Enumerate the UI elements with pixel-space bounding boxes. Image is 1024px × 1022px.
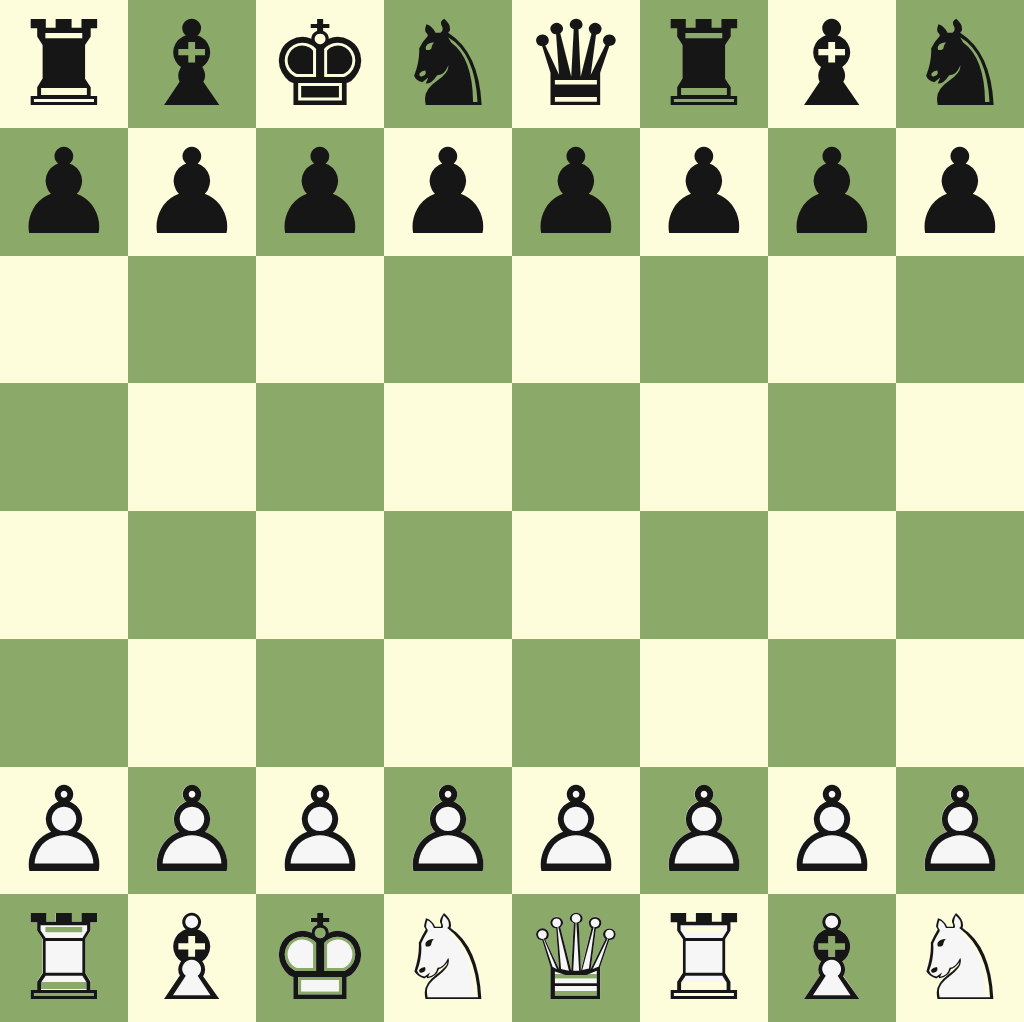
- white-king[interactable]: ♚♔: [256, 894, 384, 1022]
- square-h8[interactable]: ♞: [896, 0, 1024, 128]
- square-d1[interactable]: ♞♘: [384, 894, 512, 1022]
- black-pawn[interactable]: ♟: [768, 128, 896, 256]
- square-a2[interactable]: ♟♙: [0, 767, 128, 895]
- square-a6[interactable]: [0, 256, 128, 384]
- piece-outline: ♙: [0, 767, 128, 895]
- square-f5[interactable]: [640, 383, 768, 511]
- white-pawn[interactable]: ♟♙: [512, 767, 640, 895]
- black-pawn[interactable]: ♟: [512, 128, 640, 256]
- black-bishop[interactable]: ♝: [128, 0, 256, 128]
- square-d6[interactable]: [384, 256, 512, 384]
- piece-fill: ♟: [0, 128, 128, 256]
- piece-outline: ♘: [896, 894, 1024, 1022]
- square-d2[interactable]: ♟♙: [384, 767, 512, 895]
- piece-fill: ♟: [640, 128, 768, 256]
- square-f8[interactable]: ♜: [640, 0, 768, 128]
- square-e2[interactable]: ♟♙: [512, 767, 640, 895]
- square-f7[interactable]: ♟: [640, 128, 768, 256]
- piece-fill: ♟: [0, 767, 128, 895]
- piece-fill: ♟: [128, 128, 256, 256]
- white-rook[interactable]: ♜♖: [0, 894, 128, 1022]
- piece-fill: ♟: [384, 767, 512, 895]
- white-queen[interactable]: ♛♕: [512, 894, 640, 1022]
- piece-fill: ♞: [384, 894, 512, 1022]
- square-b8[interactable]: ♝: [128, 0, 256, 128]
- white-pawn[interactable]: ♟♙: [896, 767, 1024, 895]
- square-g6[interactable]: [768, 256, 896, 384]
- square-b3[interactable]: [128, 639, 256, 767]
- square-f6[interactable]: [640, 256, 768, 384]
- piece-fill: ♝: [768, 894, 896, 1022]
- black-pawn[interactable]: ♟: [0, 128, 128, 256]
- piece-outline: ♖: [0, 894, 128, 1022]
- square-e5[interactable]: [512, 383, 640, 511]
- square-h5[interactable]: [896, 383, 1024, 511]
- square-h6[interactable]: [896, 256, 1024, 384]
- square-a8[interactable]: ♜: [0, 0, 128, 128]
- piece-outline: ♙: [128, 767, 256, 895]
- square-b1[interactable]: ♝♗: [128, 894, 256, 1022]
- square-g7[interactable]: ♟: [768, 128, 896, 256]
- piece-fill: ♟: [512, 767, 640, 895]
- piece-outline: ♖: [640, 894, 768, 1022]
- white-bishop[interactable]: ♝♗: [768, 894, 896, 1022]
- black-pawn[interactable]: ♟: [640, 128, 768, 256]
- white-pawn[interactable]: ♟♙: [640, 767, 768, 895]
- square-g4[interactable]: [768, 511, 896, 639]
- piece-fill: ♟: [896, 767, 1024, 895]
- piece-outline: ♙: [384, 767, 512, 895]
- chessboard: ♜♝♚♞♛♜♝♞♟♟♟♟♟♟♟♟♟♙♟♙♟♙♟♙♟♙♟♙♟♙♟♙♜♖♝♗♚♔♞♘…: [0, 0, 1024, 1022]
- black-pawn[interactable]: ♟: [256, 128, 384, 256]
- piece-outline: ♙: [896, 767, 1024, 895]
- square-d4[interactable]: [384, 511, 512, 639]
- square-f1[interactable]: ♜♖: [640, 894, 768, 1022]
- piece-fill: ♚: [256, 0, 384, 128]
- piece-fill: ♜: [640, 894, 768, 1022]
- piece-fill: ♟: [768, 767, 896, 895]
- piece-outline: ♗: [128, 894, 256, 1022]
- square-b7[interactable]: ♟: [128, 128, 256, 256]
- white-knight[interactable]: ♞♘: [384, 894, 512, 1022]
- piece-fill: ♝: [768, 0, 896, 128]
- square-h7[interactable]: ♟: [896, 128, 1024, 256]
- square-c1[interactable]: ♚♔: [256, 894, 384, 1022]
- black-pawn[interactable]: ♟: [896, 128, 1024, 256]
- square-d3[interactable]: [384, 639, 512, 767]
- black-pawn[interactable]: ♟: [128, 128, 256, 256]
- white-pawn[interactable]: ♟♙: [384, 767, 512, 895]
- piece-fill: ♟: [256, 767, 384, 895]
- piece-outline: ♗: [768, 894, 896, 1022]
- piece-fill: ♜: [640, 0, 768, 128]
- square-a5[interactable]: [0, 383, 128, 511]
- square-d7[interactable]: ♟: [384, 128, 512, 256]
- piece-fill: ♚: [256, 894, 384, 1022]
- square-g8[interactable]: ♝: [768, 0, 896, 128]
- piece-fill: ♟: [640, 767, 768, 895]
- piece-fill: ♝: [128, 894, 256, 1022]
- square-c5[interactable]: [256, 383, 384, 511]
- piece-outline: ♙: [256, 767, 384, 895]
- square-b2[interactable]: ♟♙: [128, 767, 256, 895]
- square-a1[interactable]: ♜♖: [0, 894, 128, 1022]
- square-g1[interactable]: ♝♗: [768, 894, 896, 1022]
- white-bishop[interactable]: ♝♗: [128, 894, 256, 1022]
- square-h1[interactable]: ♞♘: [896, 894, 1024, 1022]
- white-pawn[interactable]: ♟♙: [256, 767, 384, 895]
- black-king[interactable]: ♚: [256, 0, 384, 128]
- square-h4[interactable]: [896, 511, 1024, 639]
- piece-outline: ♙: [512, 767, 640, 895]
- square-c2[interactable]: ♟♙: [256, 767, 384, 895]
- square-c6[interactable]: [256, 256, 384, 384]
- square-b5[interactable]: [128, 383, 256, 511]
- piece-fill: ♜: [0, 894, 128, 1022]
- piece-fill: ♟: [256, 128, 384, 256]
- square-g2[interactable]: ♟♙: [768, 767, 896, 895]
- square-d5[interactable]: [384, 383, 512, 511]
- square-a3[interactable]: [0, 639, 128, 767]
- piece-fill: ♛: [512, 894, 640, 1022]
- white-rook[interactable]: ♜♖: [640, 894, 768, 1022]
- piece-fill: ♞: [896, 0, 1024, 128]
- square-h3[interactable]: [896, 639, 1024, 767]
- square-f2[interactable]: ♟♙: [640, 767, 768, 895]
- square-b6[interactable]: [128, 256, 256, 384]
- black-knight[interactable]: ♞: [896, 0, 1024, 128]
- piece-fill: ♟: [896, 128, 1024, 256]
- white-pawn[interactable]: ♟♙: [128, 767, 256, 895]
- black-rook[interactable]: ♜: [0, 0, 128, 128]
- square-e7[interactable]: ♟: [512, 128, 640, 256]
- square-e6[interactable]: [512, 256, 640, 384]
- white-pawn[interactable]: ♟♙: [768, 767, 896, 895]
- square-c4[interactable]: [256, 511, 384, 639]
- square-e3[interactable]: [512, 639, 640, 767]
- square-b4[interactable]: [128, 511, 256, 639]
- piece-fill: ♜: [0, 0, 128, 128]
- piece-fill: ♟: [768, 128, 896, 256]
- black-pawn[interactable]: ♟: [384, 128, 512, 256]
- square-a4[interactable]: [0, 511, 128, 639]
- piece-outline: ♙: [768, 767, 896, 895]
- square-e4[interactable]: [512, 511, 640, 639]
- piece-fill: ♛: [512, 0, 640, 128]
- white-knight[interactable]: ♞♘: [896, 894, 1024, 1022]
- piece-fill: ♞: [896, 894, 1024, 1022]
- square-f3[interactable]: [640, 639, 768, 767]
- black-rook[interactable]: ♜: [640, 0, 768, 128]
- square-c3[interactable]: [256, 639, 384, 767]
- square-e1[interactable]: ♛♕: [512, 894, 640, 1022]
- square-a7[interactable]: ♟: [0, 128, 128, 256]
- square-g5[interactable]: [768, 383, 896, 511]
- square-e8[interactable]: ♛: [512, 0, 640, 128]
- black-bishop[interactable]: ♝: [768, 0, 896, 128]
- piece-outline: ♔: [256, 894, 384, 1022]
- piece-fill: ♟: [512, 128, 640, 256]
- square-c7[interactable]: ♟: [256, 128, 384, 256]
- black-knight[interactable]: ♞: [384, 0, 512, 128]
- square-h2[interactable]: ♟♙: [896, 767, 1024, 895]
- square-g3[interactable]: [768, 639, 896, 767]
- piece-outline: ♕: [512, 894, 640, 1022]
- square-f4[interactable]: [640, 511, 768, 639]
- square-c8[interactable]: ♚: [256, 0, 384, 128]
- piece-outline: ♙: [640, 767, 768, 895]
- piece-fill: ♟: [128, 767, 256, 895]
- piece-outline: ♘: [384, 894, 512, 1022]
- square-d8[interactable]: ♞: [384, 0, 512, 128]
- black-queen[interactable]: ♛: [512, 0, 640, 128]
- piece-fill: ♝: [128, 0, 256, 128]
- white-pawn[interactable]: ♟♙: [0, 767, 128, 895]
- piece-fill: ♞: [384, 0, 512, 128]
- piece-fill: ♟: [384, 128, 512, 256]
